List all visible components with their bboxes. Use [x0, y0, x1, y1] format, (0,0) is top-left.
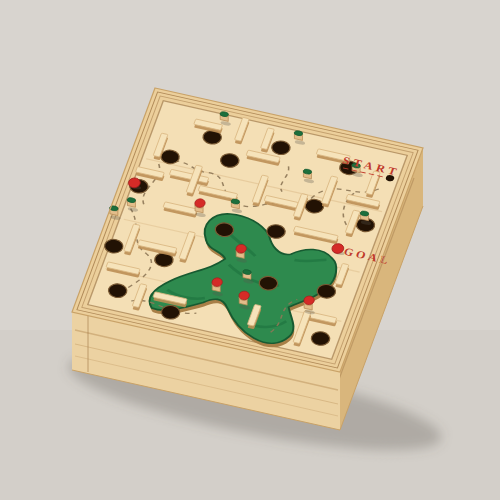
product-photo: START GOAL: [0, 0, 500, 500]
labyrinth-scene: START GOAL: [0, 0, 500, 500]
